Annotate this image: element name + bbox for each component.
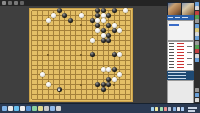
toolbar-icon[interactable]	[195, 6, 199, 10]
move-extra	[187, 46, 192, 48]
tray-icon[interactable]	[173, 107, 176, 111]
grid-line-h	[32, 94, 131, 95]
chat-header-text	[168, 75, 186, 76]
side-panel	[167, 2, 194, 102]
move-highlight	[177, 64, 184, 66]
taskbar-app-icon[interactable]	[8, 106, 13, 111]
move-number	[169, 46, 174, 48]
white-stone	[95, 28, 100, 33]
black-stone	[95, 82, 100, 87]
taskbar-app-icon[interactable]	[56, 106, 61, 111]
grid-line-h	[32, 74, 131, 75]
last-move-marker	[58, 89, 60, 91]
move-number	[169, 52, 174, 54]
star-point	[80, 54, 82, 56]
move-extra	[187, 64, 192, 66]
info-text-fragment	[168, 17, 173, 19]
menu-icon[interactable]	[2, 1, 6, 5]
move-list[interactable]	[167, 41, 194, 71]
black-stone	[90, 18, 95, 23]
toolbar-icon[interactable]	[195, 24, 199, 28]
move-highlight	[177, 55, 184, 57]
black-stone	[57, 8, 62, 13]
chat-header	[167, 71, 194, 80]
white-stone	[101, 33, 106, 38]
tray-icon[interactable]	[168, 107, 171, 111]
white-stone	[117, 72, 122, 77]
move-number	[169, 64, 174, 66]
info-link[interactable]	[169, 24, 179, 26]
white-stone	[46, 18, 51, 23]
chat-header-text	[168, 72, 186, 73]
taskbar-app-icon[interactable]	[20, 106, 25, 111]
go-board[interactable]	[29, 8, 133, 102]
move-number	[169, 61, 174, 63]
toolbar-icon[interactable]	[195, 19, 199, 23]
taskbar-app-icon[interactable]	[44, 106, 49, 111]
tray-icon[interactable]	[160, 107, 163, 111]
move-highlight	[177, 61, 184, 63]
white-stone	[112, 77, 117, 82]
white-stone	[117, 52, 122, 57]
black-stone	[106, 23, 111, 28]
toolbar-icon[interactable]	[195, 36, 199, 40]
taskbar-app-icon[interactable]	[14, 106, 19, 111]
grid-line-h	[32, 65, 131, 66]
toolbar-icon[interactable]	[195, 88, 199, 92]
move-number	[169, 43, 174, 45]
toolbar-icon[interactable]	[195, 11, 199, 15]
white-stone	[101, 67, 106, 72]
grid-line-v	[130, 11, 131, 100]
white-stone	[123, 8, 128, 13]
toolbar-icon[interactable]	[195, 58, 199, 62]
black-stone	[101, 38, 106, 43]
white-stone	[106, 67, 111, 72]
move-highlight	[177, 67, 184, 69]
white-stone	[79, 13, 84, 18]
taskbar-app-icon[interactable]	[50, 106, 55, 111]
taskbar-app-icon[interactable]	[32, 106, 37, 111]
star-point	[113, 84, 115, 86]
taskbar-clock	[188, 107, 197, 109]
move-number	[169, 49, 174, 51]
toolbar-icon[interactable]	[195, 98, 199, 102]
chat-header-text	[168, 78, 186, 79]
right-toolbar	[194, 0, 200, 103]
info-text-fragment	[182, 17, 188, 19]
grid-line-h	[32, 99, 131, 100]
move-highlight	[177, 49, 184, 51]
menu-icon[interactable]	[8, 1, 12, 5]
star-point	[47, 54, 49, 56]
app-window	[0, 0, 200, 113]
toolbar-icon[interactable]	[195, 49, 199, 53]
move-highlight	[177, 58, 184, 60]
white-stone	[51, 13, 56, 18]
black-stone	[101, 87, 106, 92]
white-stone	[40, 72, 45, 77]
white-stone	[117, 28, 122, 33]
black-stone	[112, 8, 117, 13]
taskbar-app-icon[interactable]	[26, 106, 31, 111]
move-highlight	[177, 43, 184, 45]
move-extra	[187, 58, 192, 60]
move-highlight	[177, 46, 184, 48]
black-stone	[112, 52, 117, 57]
black-stone	[106, 38, 111, 43]
star-point	[80, 24, 82, 26]
grid-line-v	[86, 11, 87, 100]
black-stone	[112, 28, 117, 33]
menu-icon[interactable]	[14, 1, 18, 5]
tray-icon[interactable]	[164, 107, 167, 111]
black-stone	[106, 13, 111, 18]
grid-line-h	[32, 60, 131, 61]
move-number	[169, 58, 174, 60]
white-stone	[46, 82, 51, 87]
menu-icon[interactable]	[20, 1, 24, 5]
white-stone	[90, 38, 95, 43]
black-stone	[106, 82, 111, 87]
grid-line-h	[32, 89, 131, 90]
taskbar-clock	[188, 110, 195, 112]
move-extra	[187, 52, 192, 54]
tray-icon[interactable]	[177, 107, 180, 111]
toolbar-icon[interactable]	[195, 93, 199, 97]
move-number	[169, 67, 174, 69]
tray-icon[interactable]	[151, 107, 154, 111]
grid-line-v	[125, 11, 126, 100]
taskbar-app-icon[interactable]	[2, 106, 7, 111]
black-stone	[106, 33, 111, 38]
move-highlight	[177, 52, 184, 54]
info-text-fragment	[175, 17, 180, 19]
tray-icon[interactable]	[155, 107, 158, 111]
black-stone	[68, 18, 73, 23]
taskbar-app-icon[interactable]	[38, 106, 43, 111]
star-point	[47, 24, 49, 26]
info-box[interactable]	[167, 20, 194, 41]
move-number	[169, 55, 174, 57]
taskbar	[0, 103, 200, 113]
toolbar-icon[interactable]	[195, 54, 199, 58]
chat-box[interactable]	[167, 80, 194, 104]
black-stone	[90, 52, 95, 57]
black-stone	[62, 13, 67, 18]
black-stone	[112, 67, 117, 72]
white-stone	[101, 18, 106, 23]
tray-icon[interactable]	[181, 107, 184, 111]
star-point	[80, 84, 82, 86]
